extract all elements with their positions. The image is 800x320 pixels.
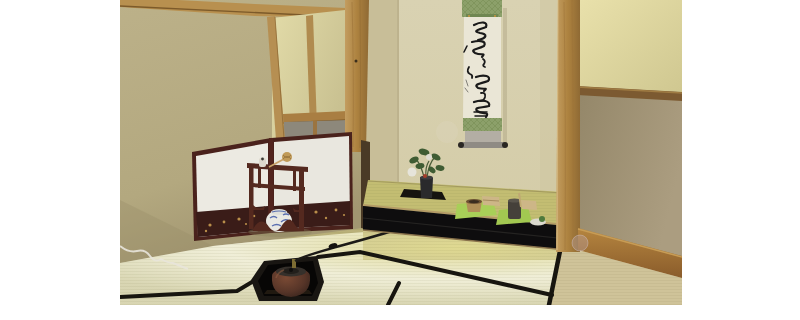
tea-room-scene (120, 0, 682, 305)
alcove-pillar (345, 0, 369, 152)
white-camellia (408, 168, 417, 177)
hanging-scroll (458, 0, 508, 148)
wicker-ball (282, 152, 292, 162)
tea-room-photo (120, 0, 682, 305)
shoin-recess (267, 10, 348, 146)
toko-bashira (556, 0, 580, 252)
right-wall (577, 0, 682, 262)
pillar-hook (355, 60, 358, 63)
red-bud (423, 174, 427, 178)
scroll-roller (460, 142, 506, 148)
screenshot-canvas (0, 0, 800, 320)
scroll-lower-mount (465, 131, 501, 143)
